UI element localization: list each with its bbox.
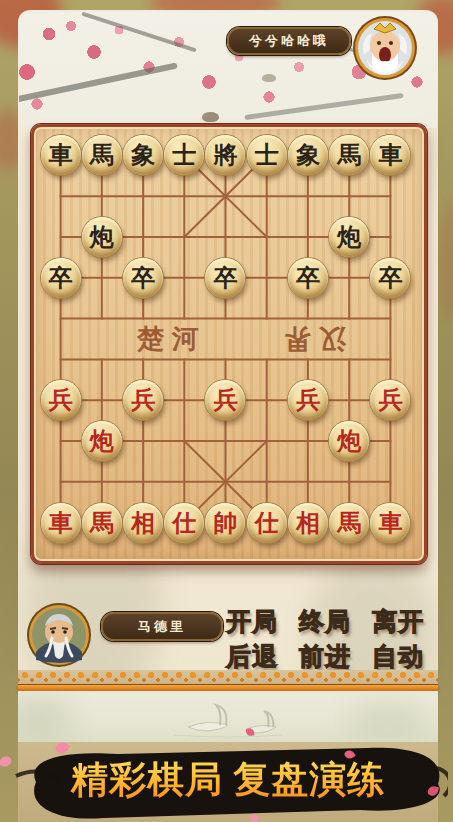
black-piece-象[interactable]: 象: [288, 135, 328, 175]
ink-wash-decoration: [18, 696, 73, 741]
board-cell[interactable]: [287, 421, 328, 462]
board-cell[interactable]: [246, 461, 287, 502]
board-cell[interactable]: 卒: [287, 257, 328, 298]
black-piece-士[interactable]: 士: [164, 135, 204, 175]
swan-painting-panel: [18, 691, 438, 742]
start-position-button[interactable]: 开局: [226, 606, 278, 638]
board-cell[interactable]: [287, 298, 328, 339]
board-cell[interactable]: [246, 257, 287, 298]
board-cell[interactable]: 炮: [329, 217, 370, 258]
branch-decoration: [19, 62, 178, 103]
board-cell[interactable]: [205, 339, 246, 380]
board-cell[interactable]: [164, 380, 205, 421]
red-piece-炮[interactable]: 炮: [329, 421, 369, 461]
black-piece-卒[interactable]: 卒: [288, 258, 328, 298]
board-cell[interactable]: 馬: [329, 135, 370, 176]
board-cell[interactable]: 兵: [287, 380, 328, 421]
black-piece-卒[interactable]: 卒: [123, 258, 163, 298]
board-cell[interactable]: [81, 257, 122, 298]
orange-divider-bar: [18, 684, 438, 691]
red-piece-相[interactable]: 相: [123, 503, 163, 543]
board-cell[interactable]: [329, 298, 370, 339]
black-piece-炮[interactable]: 炮: [82, 217, 122, 257]
black-piece-車[interactable]: 車: [41, 135, 81, 175]
black-piece-象[interactable]: 象: [123, 135, 163, 175]
opponent-avatar[interactable]: [352, 15, 418, 81]
board-cell[interactable]: [205, 217, 246, 258]
board-cell[interactable]: [81, 380, 122, 421]
board-cell[interactable]: [246, 298, 287, 339]
banner-title: 精彩棋局 复盘演练: [8, 748, 448, 812]
board-cell[interactable]: [122, 217, 163, 258]
board-cell[interactable]: [370, 176, 411, 217]
red-piece-兵[interactable]: 兵: [123, 380, 163, 420]
board-cell[interactable]: 象: [122, 135, 163, 176]
board-cell[interactable]: [329, 257, 370, 298]
board-cell[interactable]: [40, 176, 81, 217]
board-cell[interactable]: [205, 176, 246, 217]
board-cell[interactable]: 卒: [205, 257, 246, 298]
board-cell[interactable]: 帥: [205, 502, 246, 543]
red-piece-兵[interactable]: 兵: [205, 380, 245, 420]
board-cell[interactable]: [287, 461, 328, 502]
board-cell[interactable]: 馬: [81, 502, 122, 543]
board-cell[interactable]: 卒: [370, 257, 411, 298]
board-cell[interactable]: 車: [370, 135, 411, 176]
board-cell[interactable]: [370, 298, 411, 339]
board-cell[interactable]: 象: [287, 135, 328, 176]
board-cell[interactable]: 相: [122, 502, 163, 543]
board-cell[interactable]: [164, 257, 205, 298]
board-cell[interactable]: 卒: [122, 257, 163, 298]
red-piece-馬[interactable]: 馬: [329, 503, 369, 543]
black-piece-卒[interactable]: 卒: [41, 258, 81, 298]
board-cell[interactable]: 相: [287, 502, 328, 543]
red-piece-兵[interactable]: 兵: [41, 380, 81, 420]
board-cell[interactable]: 車: [40, 502, 81, 543]
board-cell[interactable]: [81, 339, 122, 380]
ink-wash-decoration: [348, 701, 428, 741]
board-cell[interactable]: 卒: [40, 257, 81, 298]
branch-decoration: [81, 12, 196, 52]
board-cell[interactable]: [164, 339, 205, 380]
black-piece-炮[interactable]: 炮: [329, 217, 369, 257]
board-cell[interactable]: 兵: [40, 380, 81, 421]
red-piece-炮[interactable]: 炮: [82, 421, 122, 461]
bird-decoration: [202, 112, 219, 122]
board-cell[interactable]: [329, 461, 370, 502]
board-cell[interactable]: [370, 421, 411, 462]
board-cell[interactable]: 仕: [246, 502, 287, 543]
board-cell[interactable]: [246, 339, 287, 380]
black-piece-車[interactable]: 車: [370, 135, 410, 175]
board-cell[interactable]: [81, 461, 122, 502]
red-piece-兵[interactable]: 兵: [370, 380, 410, 420]
board-cell[interactable]: [164, 298, 205, 339]
board-cell[interactable]: 將: [205, 135, 246, 176]
board-cell[interactable]: [329, 176, 370, 217]
board-cell[interactable]: [40, 298, 81, 339]
board-cell[interactable]: [40, 461, 81, 502]
laughing-elder-icon: [352, 15, 418, 81]
board-cell[interactable]: [122, 421, 163, 462]
controls-row-2: 后退 前进 自动: [226, 641, 424, 673]
board-cell[interactable]: [164, 176, 205, 217]
bird-decoration: [262, 74, 276, 82]
game-screen: 兮兮哈哈哦: [0, 0, 453, 822]
board-cell[interactable]: 炮: [329, 421, 370, 462]
board-cell[interactable]: [40, 339, 81, 380]
board-cell[interactable]: 炮: [81, 421, 122, 462]
board-cell[interactable]: 車: [370, 502, 411, 543]
board-cell[interactable]: [329, 339, 370, 380]
board-cell[interactable]: [205, 298, 246, 339]
board-cell[interactable]: [164, 421, 205, 462]
board-cell[interactable]: 兵: [122, 380, 163, 421]
board-cell[interactable]: 馬: [81, 135, 122, 176]
red-piece-帥[interactable]: 帥: [205, 503, 245, 543]
black-piece-士[interactable]: 士: [247, 135, 287, 175]
board-cell[interactable]: [287, 176, 328, 217]
black-piece-馬[interactable]: 馬: [82, 135, 122, 175]
board-cell[interactable]: 兵: [370, 380, 411, 421]
red-piece-兵[interactable]: 兵: [288, 380, 328, 420]
cloud-lace-border: [18, 670, 438, 684]
board-cell[interactable]: [205, 461, 246, 502]
board-cell[interactable]: 車: [40, 135, 81, 176]
board-cell[interactable]: [370, 217, 411, 258]
opponent-name: 兮兮哈哈哦: [249, 32, 329, 50]
red-piece-車[interactable]: 車: [41, 503, 81, 543]
controls-row-1: 开局 终局 离开: [226, 606, 424, 638]
black-piece-馬[interactable]: 馬: [329, 135, 369, 175]
step-forward-button[interactable]: 前进: [299, 641, 351, 673]
board-cell[interactable]: [40, 421, 81, 462]
board-cell[interactable]: [370, 339, 411, 380]
board-cell[interactable]: 仕: [164, 502, 205, 543]
replay-controls: 开局 终局 离开 后退 前进 自动: [226, 606, 424, 673]
board-cell[interactable]: [81, 298, 122, 339]
red-piece-相[interactable]: 相: [288, 503, 328, 543]
leave-button[interactable]: 离开: [372, 606, 424, 638]
board-cell[interactable]: [40, 217, 81, 258]
player-avatar[interactable]: [26, 602, 92, 668]
auto-play-button[interactable]: 自动: [372, 641, 424, 673]
red-piece-車[interactable]: 車: [370, 503, 410, 543]
red-piece-馬[interactable]: 馬: [82, 503, 122, 543]
player-name: 马德里: [138, 618, 186, 636]
board-cell[interactable]: 士: [246, 135, 287, 176]
swan-decoration: [168, 699, 288, 739]
board-cell[interactable]: [122, 339, 163, 380]
board-cell[interactable]: [122, 298, 163, 339]
red-piece-仕[interactable]: 仕: [247, 503, 287, 543]
board-grid: 車馬象士將士象馬車炮炮卒卒卒卒卒兵兵兵兵兵炮炮車馬相仕帥仕相馬車: [40, 135, 411, 543]
step-back-button[interactable]: 后退: [226, 641, 278, 673]
opponent-name-plate: 兮兮哈哈哦: [227, 27, 351, 55]
board-cell[interactable]: [246, 421, 287, 462]
board-cell[interactable]: [287, 217, 328, 258]
board-cell[interactable]: 炮: [81, 217, 122, 258]
player-name-plate: 马德里: [101, 612, 223, 641]
board-cell[interactable]: [246, 217, 287, 258]
board-cell[interactable]: 兵: [205, 380, 246, 421]
branch-decoration: [244, 93, 403, 120]
board-cell[interactable]: [246, 176, 287, 217]
board-cell[interactable]: [205, 421, 246, 462]
board-cell[interactable]: [122, 176, 163, 217]
frame-blossom-decoration: [438, 200, 453, 320]
board-cell[interactable]: 士: [164, 135, 205, 176]
black-piece-卒[interactable]: 卒: [205, 258, 245, 298]
red-piece-仕[interactable]: 仕: [164, 503, 204, 543]
black-piece-卒[interactable]: 卒: [370, 258, 410, 298]
board-cell[interactable]: [287, 339, 328, 380]
board-cell[interactable]: [164, 461, 205, 502]
board-cell[interactable]: [246, 380, 287, 421]
board-cell[interactable]: 馬: [329, 502, 370, 543]
board-cell[interactable]: [370, 461, 411, 502]
black-piece-將[interactable]: 將: [205, 135, 245, 175]
end-position-button[interactable]: 终局: [299, 606, 351, 638]
board-cell[interactable]: [329, 380, 370, 421]
board-cell[interactable]: [81, 176, 122, 217]
board-cell[interactable]: [164, 217, 205, 258]
stern-elder-icon: [26, 602, 92, 668]
board-cell[interactable]: [122, 461, 163, 502]
xiangqi-board: 楚河 汉界 車馬象士將士象馬車炮炮卒卒卒卒卒兵兵兵兵兵炮炮車馬相仕帥仕相馬車: [31, 124, 427, 564]
